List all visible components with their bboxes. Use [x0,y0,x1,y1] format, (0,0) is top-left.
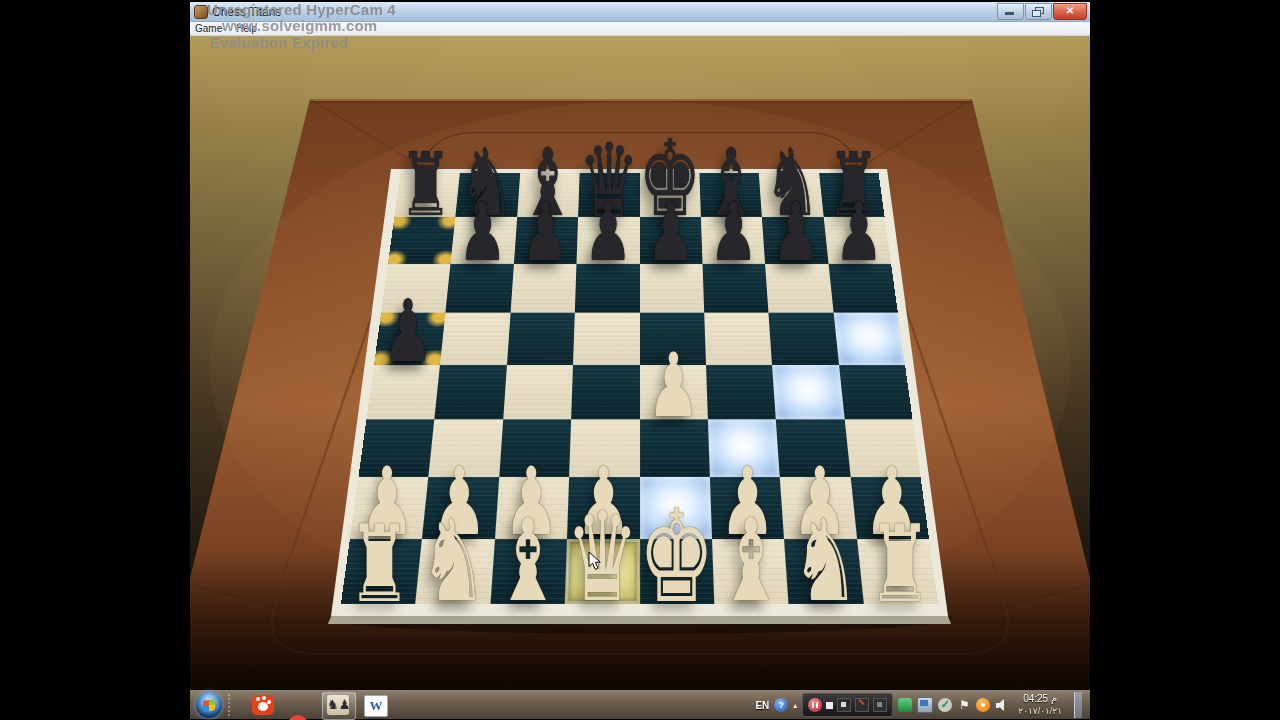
square-b1[interactable] [416,539,495,604]
pause-record-button[interactable] [808,698,822,712]
square-c5[interactable] [507,313,575,365]
square-h1[interactable] [857,539,938,604]
window-icon [194,5,208,19]
chrome-icon[interactable] [288,715,308,720]
square-e8[interactable] [640,173,701,217]
record-more-button[interactable] [873,698,887,712]
watermark-line1: Unregistered HyperCam 4 [207,1,396,18]
mouse-cursor [588,551,603,571]
square-d6[interactable] [575,264,640,313]
square-h3[interactable] [844,419,920,477]
taskbar-grip[interactable] [228,694,234,716]
square-h4[interactable] [839,365,913,420]
watermark-line3: Evaluation Expired [210,34,349,51]
square-b8[interactable] [456,173,520,217]
square-a4[interactable] [366,365,440,420]
chess-board [341,173,938,604]
square-e2[interactable] [640,477,712,538]
record-pen-button[interactable] [855,698,869,712]
square-a5[interactable] [374,313,446,365]
start-button[interactable] [196,692,222,718]
square-f4[interactable] [706,365,776,420]
word-icon[interactable]: W [364,695,388,717]
square-f2[interactable] [710,477,785,538]
antivirus-tray-icon[interactable] [976,698,990,712]
square-d4[interactable] [571,365,639,420]
square-a2[interactable] [350,477,429,538]
show-desktop-button[interactable] [1074,692,1082,718]
square-d7[interactable] [577,217,640,264]
square-f5[interactable] [704,313,772,365]
hypercam-controls [802,693,893,717]
taskbar: ♞♟ W EN ? ▴ ✓ ⚑ 04:25 م ٢٠١٧/٠١/٢١ [190,690,1090,719]
square-f1[interactable] [712,539,789,604]
screen: Chess Titans ✕ Game Help [0,0,1280,720]
windows-flag-icon [203,699,215,711]
system-tray: EN ? ▴ ✓ ⚑ 04:25 م ٢٠١٧/٠١/٢١ [755,691,1082,719]
square-b3[interactable] [429,419,503,477]
clock-time: 04:25 م [1018,693,1062,705]
square-a6[interactable] [381,264,451,313]
square-h5[interactable] [833,313,905,365]
square-g7[interactable] [762,217,828,264]
square-h7[interactable] [823,217,891,264]
watermark-line2: www.solveigmm.com [222,17,377,34]
tray-app-icon[interactable] [898,698,912,712]
action-center-flag-icon[interactable]: ⚑ [957,698,971,712]
square-b6[interactable] [446,264,514,313]
square-h6[interactable] [828,264,898,313]
square-e7[interactable] [640,217,703,264]
square-c7[interactable] [514,217,579,264]
square-c1[interactable] [490,539,567,604]
menu-game[interactable]: Game [195,23,222,34]
square-g8[interactable] [759,173,823,217]
square-f3[interactable] [708,419,780,477]
display-tray-icon[interactable] [917,697,933,713]
square-d5[interactable] [573,313,639,365]
close-button[interactable]: ✕ [1053,3,1087,20]
square-b4[interactable] [435,365,507,420]
square-a7[interactable] [388,217,456,264]
clock-date: ٢٠١٧/٠١/٢١ [1018,705,1062,717]
stop-record-button[interactable] [826,702,833,709]
chess-titans-icon[interactable]: ♞♟ [327,695,349,715]
record-option-button[interactable] [837,698,851,712]
square-h8[interactable] [819,173,885,217]
volume-icon[interactable] [995,698,1009,712]
square-b5[interactable] [440,313,510,365]
minimize-button[interactable] [997,3,1024,20]
square-e6[interactable] [640,264,705,313]
square-e4[interactable] [640,365,708,420]
square-d2[interactable] [567,477,639,538]
square-d3[interactable] [569,419,639,477]
square-e5[interactable] [640,313,706,365]
square-f8[interactable] [699,173,762,217]
square-g5[interactable] [769,313,839,365]
square-a1[interactable] [341,539,422,604]
square-d1[interactable] [565,539,640,604]
square-a3[interactable] [358,419,434,477]
square-g4[interactable] [772,365,844,420]
restore-button[interactable] [1025,3,1052,20]
square-g6[interactable] [765,264,833,313]
gom-player-icon[interactable] [252,695,274,715]
square-e3[interactable] [640,419,710,477]
square-b2[interactable] [422,477,499,538]
clock[interactable]: 04:25 م ٢٠١٧/٠١/٢١ [1014,693,1066,717]
square-f6[interactable] [702,264,768,313]
square-h2[interactable] [850,477,929,538]
square-c8[interactable] [517,173,580,217]
square-e1[interactable] [640,539,715,604]
square-f7[interactable] [701,217,766,264]
square-b7[interactable] [451,217,517,264]
square-a8[interactable] [394,173,460,217]
help-tray-icon[interactable]: ? [774,698,788,712]
square-c4[interactable] [503,365,573,420]
tray-expand-chevron[interactable]: ▴ [793,701,797,710]
update-ok-tray-icon[interactable]: ✓ [938,698,952,712]
square-g1[interactable] [784,539,863,604]
square-c3[interactable] [499,419,571,477]
square-g2[interactable] [780,477,857,538]
square-d8[interactable] [578,173,639,217]
language-indicator[interactable]: EN [755,700,769,711]
square-c2[interactable] [495,477,570,538]
square-g3[interactable] [776,419,850,477]
square-c6[interactable] [510,264,576,313]
